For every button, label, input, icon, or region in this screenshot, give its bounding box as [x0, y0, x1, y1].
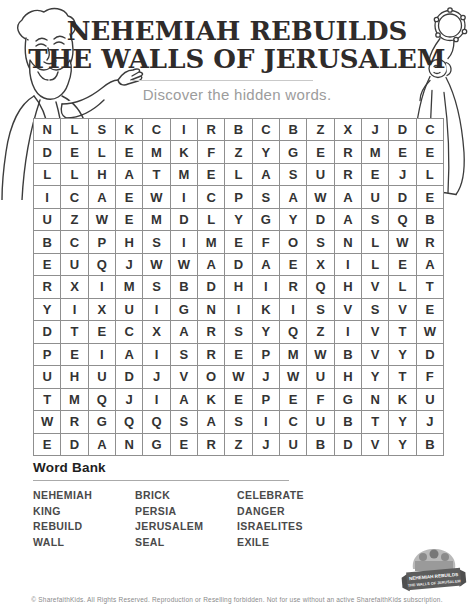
- grid-cell-r6c13[interactable]: L: [362, 231, 389, 253]
- grid-cell-r3c7[interactable]: E: [198, 164, 225, 186]
- grid-cell-r5c11[interactable]: D: [307, 209, 334, 231]
- grid-cell-r1c11[interactable]: Z: [307, 119, 334, 141]
- grid-cell-r6c11[interactable]: S: [307, 231, 334, 253]
- word-bank-column-3: CELEBRATE DANGER ISRAELITES EXILE: [237, 488, 339, 550]
- grid-cell-r7c4[interactable]: J: [116, 254, 143, 276]
- grid-cell-r2c3[interactable]: L: [89, 141, 116, 163]
- grid-cell-r9c13[interactable]: S: [362, 299, 389, 321]
- grid-cell-r14c12[interactable]: B: [335, 411, 362, 433]
- grid-cell-r7c1[interactable]: E: [34, 254, 61, 276]
- grid-cell-r7c3[interactable]: Q: [89, 254, 116, 276]
- grid-cell-r5c3[interactable]: W: [89, 209, 116, 231]
- grid-cell-r6c12[interactable]: N: [335, 231, 362, 253]
- grid-cell-r11c9[interactable]: P: [253, 344, 280, 366]
- grid-cell-r11c3[interactable]: I: [89, 344, 116, 366]
- grid-cell-r1c1[interactable]: N: [34, 119, 61, 141]
- grid-cell-r15c13[interactable]: V: [362, 434, 389, 456]
- grid-cell-r5c13[interactable]: S: [362, 209, 389, 231]
- grid-cell-r13c8[interactable]: E: [225, 389, 252, 411]
- grid-cell-r10c10[interactable]: Q: [280, 321, 307, 343]
- grid-cell-r12c5[interactable]: J: [143, 366, 170, 388]
- grid-cell-r13c14[interactable]: K: [389, 389, 416, 411]
- word-bank-column-1: NEHEMIAH KING REBUILD WALL: [33, 488, 135, 550]
- grid-cell-r9c14[interactable]: V: [389, 299, 416, 321]
- grid-cell-r7c15[interactable]: A: [417, 254, 444, 276]
- grid-cell-r4c3[interactable]: A: [89, 186, 116, 208]
- grid-cell-r1c6[interactable]: I: [171, 119, 198, 141]
- grid-cell-r13c3[interactable]: Q: [89, 389, 116, 411]
- grid-cell-r12c9[interactable]: J: [253, 366, 280, 388]
- grid-cell-r1c14[interactable]: D: [389, 119, 416, 141]
- grid-cell-r3c14[interactable]: J: [389, 164, 416, 186]
- grid-cell-r2c10[interactable]: G: [280, 141, 307, 163]
- grid-cell-r13c2[interactable]: M: [61, 389, 88, 411]
- grid-cell-r10c13[interactable]: V: [362, 321, 389, 343]
- grid-cell-r5c15[interactable]: B: [417, 209, 444, 231]
- grid-cell-r12c3[interactable]: U: [89, 366, 116, 388]
- grid-cell-r14c11[interactable]: U: [307, 411, 334, 433]
- grid-cell-r1c7[interactable]: R: [198, 119, 225, 141]
- grid-cell-r13c13[interactable]: N: [362, 389, 389, 411]
- grid-cell-r7c5[interactable]: W: [143, 254, 170, 276]
- word-bank-rule: [33, 480, 289, 481]
- grid-cell-r6c7[interactable]: M: [198, 231, 225, 253]
- grid-cell-r15c4[interactable]: N: [116, 434, 143, 456]
- grid-cell-r9c2[interactable]: I: [61, 299, 88, 321]
- word-bank-item: JERUSALEM: [135, 519, 237, 535]
- grid-cell-r14c6[interactable]: S: [171, 411, 198, 433]
- grid-cell-r11c7[interactable]: R: [198, 344, 225, 366]
- grid-cell-r2c5[interactable]: M: [143, 141, 170, 163]
- sharefaith-kids-badge: NEHEMIAH REBUILDS THE WALLS OF JERUSALEM: [399, 543, 469, 601]
- grid-cell-r14c3[interactable]: G: [89, 411, 116, 433]
- grid-cell-r12c13[interactable]: Y: [362, 366, 389, 388]
- grid-cell-r1c3[interactable]: S: [89, 119, 116, 141]
- grid-cell-r1c10[interactable]: B: [280, 119, 307, 141]
- grid-cell-r9c6[interactable]: G: [171, 299, 198, 321]
- grid-cell-r1c2[interactable]: L: [61, 119, 88, 141]
- grid-cell-r4c11[interactable]: W: [307, 186, 334, 208]
- grid-cell-r13c15[interactable]: U: [417, 389, 444, 411]
- grid-cell-r14c5[interactable]: Q: [143, 411, 170, 433]
- grid-cell-r4c1[interactable]: I: [34, 186, 61, 208]
- grid-cell-r3c5[interactable]: T: [143, 164, 170, 186]
- grid-cell-r5c10[interactable]: Y: [280, 209, 307, 231]
- grid-cell-r2c8[interactable]: Z: [225, 141, 252, 163]
- grid-cell-r3c12[interactable]: R: [335, 164, 362, 186]
- grid-cell-r8c1[interactable]: R: [34, 276, 61, 298]
- grid-cell-r3c1[interactable]: L: [34, 164, 61, 186]
- word-bank-item: DANGER: [237, 504, 339, 520]
- grid-cell-r5c7[interactable]: L: [198, 209, 225, 231]
- grid-cell-r3c15[interactable]: L: [417, 164, 444, 186]
- word-bank-item: NEHEMIAH: [33, 488, 135, 504]
- grid-cell-r7c10[interactable]: E: [280, 254, 307, 276]
- grid-cell-r5c9[interactable]: G: [253, 209, 280, 231]
- grid-cell-r10c14[interactable]: T: [389, 321, 416, 343]
- grid-cell-r14c14[interactable]: Y: [389, 411, 416, 433]
- grid-cell-r2c15[interactable]: E: [417, 141, 444, 163]
- grid-cell-r3c2[interactable]: L: [61, 164, 88, 186]
- word-bank-title: Word Bank: [33, 460, 353, 475]
- grid-cell-r12c1[interactable]: U: [34, 366, 61, 388]
- grid-cell-r9c11[interactable]: S: [307, 299, 334, 321]
- grid-cell-r11c5[interactable]: I: [143, 344, 170, 366]
- grid-cell-r3c3[interactable]: H: [89, 164, 116, 186]
- grid-cell-r3c4[interactable]: A: [116, 164, 143, 186]
- grid-cell-r7c8[interactable]: D: [225, 254, 252, 276]
- grid-cell-r8c8[interactable]: H: [225, 276, 252, 298]
- grid-cell-r12c8[interactable]: W: [225, 366, 252, 388]
- grid-cell-r15c2[interactable]: D: [61, 434, 88, 456]
- grid-cell-r4c12[interactable]: A: [335, 186, 362, 208]
- copyright-footer: © SharefaithKids. All Rights Reserved. R…: [0, 596, 474, 603]
- grid-cell-r4c10[interactable]: A: [280, 186, 307, 208]
- grid-cell-r14c7[interactable]: A: [198, 411, 225, 433]
- grid-cell-r4c5[interactable]: W: [143, 186, 170, 208]
- grid-cell-r6c9[interactable]: F: [253, 231, 280, 253]
- grid-cell-r14c10[interactable]: C: [280, 411, 307, 433]
- word-bank-item: PERSIA: [135, 504, 237, 520]
- grid-cell-r15c3[interactable]: A: [89, 434, 116, 456]
- grid-cell-r11c2[interactable]: E: [61, 344, 88, 366]
- grid-cell-r4c7[interactable]: C: [198, 186, 225, 208]
- grid-cell-r12c14[interactable]: T: [389, 366, 416, 388]
- grid-cell-r5c5[interactable]: M: [143, 209, 170, 231]
- grid-cell-r10c15[interactable]: W: [417, 321, 444, 343]
- grid-cell-r13c4[interactable]: J: [116, 389, 143, 411]
- grid-cell-r12c15[interactable]: F: [417, 366, 444, 388]
- grid-cell-r10c3[interactable]: E: [89, 321, 116, 343]
- grid-cell-r2c9[interactable]: Y: [253, 141, 280, 163]
- grid-cell-r10c9[interactable]: Y: [253, 321, 280, 343]
- grid-cell-r6c3[interactable]: P: [89, 231, 116, 253]
- grid-cell-r1c5[interactable]: C: [143, 119, 170, 141]
- grid-cell-r6c4[interactable]: H: [116, 231, 143, 253]
- grid-cell-r3c6[interactable]: M: [171, 164, 198, 186]
- grid-cell-r6c8[interactable]: E: [225, 231, 252, 253]
- grid-cell-r8c9[interactable]: I: [253, 276, 280, 298]
- grid-cell-r11c13[interactable]: V: [362, 344, 389, 366]
- grid-cell-r13c9[interactable]: P: [253, 389, 280, 411]
- grid-cell-r15c9[interactable]: J: [253, 434, 280, 456]
- grid-cell-r8c3[interactable]: I: [89, 276, 116, 298]
- grid-cell-r6c6[interactable]: I: [171, 231, 198, 253]
- grid-cell-r13c11[interactable]: F: [307, 389, 334, 411]
- grid-cell-r6c15[interactable]: R: [417, 231, 444, 253]
- grid-cell-r12c2[interactable]: H: [61, 366, 88, 388]
- grid-cell-r13c7[interactable]: K: [198, 389, 225, 411]
- grid-cell-r11c1[interactable]: P: [34, 344, 61, 366]
- grid-cell-r7c2[interactable]: U: [61, 254, 88, 276]
- grid-cell-r9c10[interactable]: I: [280, 299, 307, 321]
- grid-cell-r7c11[interactable]: X: [307, 254, 334, 276]
- grid-cell-r9c15[interactable]: E: [417, 299, 444, 321]
- word-bank-item: BRICK: [135, 488, 237, 504]
- grid-cell-r9c8[interactable]: I: [225, 299, 252, 321]
- grid-cell-r10c1[interactable]: D: [34, 321, 61, 343]
- grid-cell-r15c12[interactable]: D: [335, 434, 362, 456]
- grid-cell-r3c11[interactable]: U: [307, 164, 334, 186]
- grid-cell-r6c14[interactable]: W: [389, 231, 416, 253]
- grid-cell-r11c14[interactable]: Y: [389, 344, 416, 366]
- grid-cell-r10c11[interactable]: Z: [307, 321, 334, 343]
- grid-cell-r4c13[interactable]: U: [362, 186, 389, 208]
- grid-cell-r12c10[interactable]: W: [280, 366, 307, 388]
- grid-cell-r7c7[interactable]: A: [198, 254, 225, 276]
- grid-cell-r5c6[interactable]: D: [171, 209, 198, 231]
- grid-cell-r14c15[interactable]: J: [417, 411, 444, 433]
- grid-cell-r7c14[interactable]: E: [389, 254, 416, 276]
- page-title-line2: THE WALLS OF JERUSALEM: [0, 45, 474, 73]
- grid-cell-r2c6[interactable]: K: [171, 141, 198, 163]
- grid-cell-r1c15[interactable]: C: [417, 119, 444, 141]
- grid-cell-r9c4[interactable]: U: [116, 299, 143, 321]
- grid-cell-r8c5[interactable]: S: [143, 276, 170, 298]
- grid-cell-r8c2[interactable]: X: [61, 276, 88, 298]
- grid-cell-r15c11[interactable]: B: [307, 434, 334, 456]
- grid-cell-r6c2[interactable]: C: [61, 231, 88, 253]
- grid-cell-r9c7[interactable]: N: [198, 299, 225, 321]
- grid-cell-r3c13[interactable]: E: [362, 164, 389, 186]
- grid-cell-r2c13[interactable]: M: [362, 141, 389, 163]
- worksheet-page: NEHEMIAH REBUILDS THE WALLS OF JERUSALEM…: [0, 0, 474, 614]
- word-bank-item: ISRAELITES: [237, 519, 339, 535]
- word-bank-item: SEAL: [135, 535, 237, 551]
- grid-cell-r13c12[interactable]: G: [335, 389, 362, 411]
- grid-cell-r7c12[interactable]: I: [335, 254, 362, 276]
- grid-cell-r11c11[interactable]: W: [307, 344, 334, 366]
- grid-cell-r12c12[interactable]: H: [335, 366, 362, 388]
- subtitle: Discover the hidden words.: [0, 86, 474, 103]
- grid-cell-r4c9[interactable]: S: [253, 186, 280, 208]
- grid-cell-r6c1[interactable]: B: [34, 231, 61, 253]
- grid-cell-r1c9[interactable]: C: [253, 119, 280, 141]
- grid-cell-r14c4[interactable]: Q: [116, 411, 143, 433]
- grid-cell-r8c4[interactable]: M: [116, 276, 143, 298]
- grid-cell-r8c15[interactable]: T: [417, 276, 444, 298]
- grid-cell-r14c1[interactable]: W: [34, 411, 61, 433]
- grid-cell-r10c7[interactable]: R: [198, 321, 225, 343]
- grid-cell-r6c10[interactable]: O: [280, 231, 307, 253]
- grid-cell-r12c11[interactable]: U: [307, 366, 334, 388]
- grid-cell-r11c10[interactable]: M: [280, 344, 307, 366]
- grid-cell-r15c14[interactable]: Y: [389, 434, 416, 456]
- grid-cell-r5c8[interactable]: Y: [225, 209, 252, 231]
- grid-cell-r2c2[interactable]: E: [61, 141, 88, 163]
- word-bank: Word Bank NEHEMIAH KING REBUILD WALL BRI…: [33, 460, 353, 550]
- grid-cell-r9c1[interactable]: Y: [34, 299, 61, 321]
- grid-cell-r13c5[interactable]: I: [143, 389, 170, 411]
- grid-cell-r14c2[interactable]: R: [61, 411, 88, 433]
- grid-cell-r15c1[interactable]: E: [34, 434, 61, 456]
- grid-cell-r1c8[interactable]: B: [225, 119, 252, 141]
- word-bank-item: EXILE: [237, 535, 339, 551]
- grid-cell-r9c9[interactable]: K: [253, 299, 280, 321]
- grid-cell-r1c12[interactable]: X: [335, 119, 362, 141]
- page-title-line1: NEHEMIAH REBUILDS: [0, 17, 474, 45]
- grid-cell-r10c6[interactable]: A: [171, 321, 198, 343]
- grid-cell-r2c11[interactable]: E: [307, 141, 334, 163]
- grid-cell-r8c14[interactable]: L: [389, 276, 416, 298]
- grid-cell-r15c5[interactable]: G: [143, 434, 170, 456]
- grid-cell-r4c14[interactable]: D: [389, 186, 416, 208]
- grid-cell-r4c6[interactable]: I: [171, 186, 198, 208]
- grid-cell-r13c6[interactable]: A: [171, 389, 198, 411]
- grid-cell-r12c7[interactable]: O: [198, 366, 225, 388]
- word-bank-item: WALL: [33, 535, 135, 551]
- grid-cell-r9c5[interactable]: I: [143, 299, 170, 321]
- grid-cell-r8c13[interactable]: V: [362, 276, 389, 298]
- grid-cell-r15c6[interactable]: E: [171, 434, 198, 456]
- grid-cell-r5c1[interactable]: U: [34, 209, 61, 231]
- grid-cell-r12c6[interactable]: V: [171, 366, 198, 388]
- grid-cell-r8c11[interactable]: Q: [307, 276, 334, 298]
- grid-cell-r15c15[interactable]: B: [417, 434, 444, 456]
- grid-cell-r4c15[interactable]: E: [417, 186, 444, 208]
- grid-cell-r11c15[interactable]: D: [417, 344, 444, 366]
- word-search-grid[interactable]: NLSKCIRBCBZXJDCDELEMKFZYGERMEELLHATMELAS…: [33, 118, 444, 456]
- grid-cell-r13c1[interactable]: T: [34, 389, 61, 411]
- grid-cell-r14c8[interactable]: S: [225, 411, 252, 433]
- word-bank-column-2: BRICK PERSIA JERUSALEM SEAL: [135, 488, 237, 550]
- grid-cell-r8c6[interactable]: B: [171, 276, 198, 298]
- grid-cell-r3c9[interactable]: A: [253, 164, 280, 186]
- grid-cell-r11c4[interactable]: A: [116, 344, 143, 366]
- grid-cell-r10c8[interactable]: S: [225, 321, 252, 343]
- grid-cell-r10c4[interactable]: C: [116, 321, 143, 343]
- grid-cell-r3c10[interactable]: S: [280, 164, 307, 186]
- grid-cell-r8c10[interactable]: R: [280, 276, 307, 298]
- grid-cell-r2c1[interactable]: D: [34, 141, 61, 163]
- grid-cell-r9c12[interactable]: V: [335, 299, 362, 321]
- grid-cell-r15c8[interactable]: Z: [225, 434, 252, 456]
- title-divider: [131, 80, 313, 81]
- grid-cell-r5c4[interactable]: E: [116, 209, 143, 231]
- word-bank-item: KING: [33, 504, 135, 520]
- grid-cell-r12c4[interactable]: D: [116, 366, 143, 388]
- grid-cell-r2c7[interactable]: F: [198, 141, 225, 163]
- grid-cell-r7c9[interactable]: A: [253, 254, 280, 276]
- grid-cell-r2c12[interactable]: R: [335, 141, 362, 163]
- grid-cell-r15c10[interactable]: U: [280, 434, 307, 456]
- grid-cell-r10c5[interactable]: X: [143, 321, 170, 343]
- grid-cell-r8c12[interactable]: H: [335, 276, 362, 298]
- grid-cell-r11c8[interactable]: E: [225, 344, 252, 366]
- grid-cell-r6c5[interactable]: S: [143, 231, 170, 253]
- grid-cell-r15c7[interactable]: R: [198, 434, 225, 456]
- grid-cell-r4c8[interactable]: P: [225, 186, 252, 208]
- word-bank-item: CELEBRATE: [237, 488, 339, 504]
- grid-cell-r10c2[interactable]: T: [61, 321, 88, 343]
- grid-cell-r2c14[interactable]: E: [389, 141, 416, 163]
- grid-cell-r8c7[interactable]: D: [198, 276, 225, 298]
- grid-cell-r7c6[interactable]: W: [171, 254, 198, 276]
- grid-cell-r14c13[interactable]: T: [362, 411, 389, 433]
- grid-cell-r9c3[interactable]: X: [89, 299, 116, 321]
- grid-cell-r4c2[interactable]: C: [61, 186, 88, 208]
- grid-cell-r4c4[interactable]: E: [116, 186, 143, 208]
- grid-cell-r5c12[interactable]: A: [335, 209, 362, 231]
- grid-cell-r7c13[interactable]: L: [362, 254, 389, 276]
- grid-cell-r13c10[interactable]: E: [280, 389, 307, 411]
- grid-cell-r1c13[interactable]: J: [362, 119, 389, 141]
- grid-cell-r10c12[interactable]: I: [335, 321, 362, 343]
- grid-cell-r14c9[interactable]: I: [253, 411, 280, 433]
- grid-cell-r5c14[interactable]: Q: [389, 209, 416, 231]
- grid-cell-r1c4[interactable]: K: [116, 119, 143, 141]
- grid-cell-r11c12[interactable]: B: [335, 344, 362, 366]
- grid-cell-r2c4[interactable]: E: [116, 141, 143, 163]
- word-bank-item: REBUILD: [33, 519, 135, 535]
- grid-cell-r3c8[interactable]: L: [225, 164, 252, 186]
- grid-cell-r5c2[interactable]: Z: [61, 209, 88, 231]
- grid-cell-r11c6[interactable]: S: [171, 344, 198, 366]
